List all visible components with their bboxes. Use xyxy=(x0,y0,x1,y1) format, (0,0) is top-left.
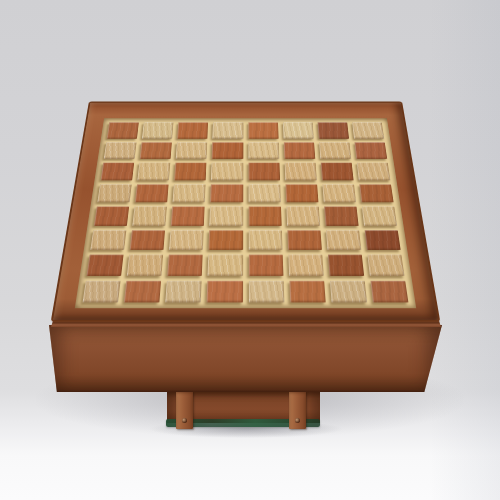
square-a2 xyxy=(87,255,124,276)
square-b3 xyxy=(130,230,165,250)
square-h2 xyxy=(367,255,404,276)
square-d8 xyxy=(213,122,243,138)
square-d3 xyxy=(209,230,243,250)
square-e3 xyxy=(248,230,282,250)
square-h4 xyxy=(362,206,397,225)
square-e5 xyxy=(248,184,280,202)
square-b7 xyxy=(140,142,172,159)
square-c4 xyxy=(171,206,205,225)
square-b8 xyxy=(142,122,174,138)
square-b2 xyxy=(127,255,163,276)
square-e6 xyxy=(248,163,280,181)
square-c3 xyxy=(169,230,204,250)
screw-icon xyxy=(295,418,300,423)
square-a8 xyxy=(107,122,139,138)
square-d2 xyxy=(208,255,243,276)
square-d1 xyxy=(207,280,243,302)
photo-backdrop xyxy=(0,0,500,500)
square-b4 xyxy=(133,206,168,225)
board-frame xyxy=(75,118,416,308)
square-a7 xyxy=(104,142,137,159)
square-g1 xyxy=(330,280,367,302)
square-e1 xyxy=(248,280,284,302)
square-g3 xyxy=(326,230,361,250)
square-d7 xyxy=(212,142,243,159)
square-g7 xyxy=(319,142,351,159)
chess-board xyxy=(75,118,416,308)
square-b6 xyxy=(138,163,171,181)
square-c1 xyxy=(166,280,202,302)
square-a4 xyxy=(94,206,129,225)
square-d4 xyxy=(210,206,243,225)
square-f1 xyxy=(289,280,325,302)
square-h1 xyxy=(370,280,408,302)
square-g6 xyxy=(320,163,353,181)
square-a6 xyxy=(101,163,135,181)
square-f5 xyxy=(285,184,318,202)
square-f7 xyxy=(283,142,315,159)
square-c7 xyxy=(176,142,208,159)
square-c5 xyxy=(173,184,206,202)
square-a3 xyxy=(90,230,126,250)
square-d6 xyxy=(211,163,243,181)
square-d5 xyxy=(210,184,242,202)
square-c2 xyxy=(167,255,203,276)
square-c6 xyxy=(174,163,206,181)
square-f2 xyxy=(288,255,324,276)
square-h8 xyxy=(352,122,384,138)
square-e2 xyxy=(248,255,283,276)
board-lid xyxy=(53,103,438,320)
square-f3 xyxy=(287,230,322,250)
square-a1 xyxy=(83,280,121,302)
square-h6 xyxy=(357,163,391,181)
square-h5 xyxy=(359,184,393,202)
square-h3 xyxy=(364,230,400,250)
game-box-front xyxy=(49,325,442,392)
square-f4 xyxy=(286,206,320,225)
square-e8 xyxy=(248,122,278,138)
square-b1 xyxy=(124,280,161,302)
square-b5 xyxy=(135,184,169,202)
pedestal-bracket-left xyxy=(176,391,193,429)
square-c8 xyxy=(177,122,208,138)
square-h7 xyxy=(354,142,387,159)
square-e7 xyxy=(248,142,279,159)
square-e4 xyxy=(248,206,281,225)
pedestal-bracket-right xyxy=(289,391,306,429)
square-a5 xyxy=(97,184,131,202)
screw-icon xyxy=(182,418,187,423)
square-f8 xyxy=(283,122,314,138)
square-g8 xyxy=(317,122,349,138)
square-g5 xyxy=(322,184,356,202)
square-g4 xyxy=(324,206,359,225)
square-g2 xyxy=(328,255,364,276)
square-f6 xyxy=(284,163,316,181)
